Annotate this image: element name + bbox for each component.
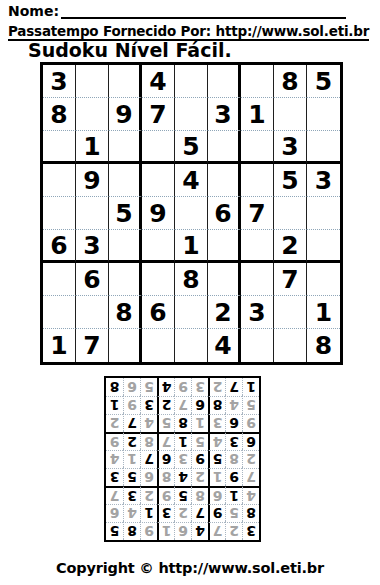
cell-r7c1[interactable] <box>43 263 76 296</box>
solution-cell-r7c5: 8 <box>174 414 191 432</box>
solution-cell-r7c4: 1 <box>191 414 208 432</box>
solution-cell-r8c9: 1 <box>106 396 123 414</box>
cell-r4c5: 4 <box>175 164 208 197</box>
provider-row: Passatempo Fornecido Por: http://www.sol… <box>8 21 369 40</box>
cell-r4c1[interactable] <box>43 164 76 197</box>
solution-cell-r4c7: 6 <box>140 468 157 486</box>
solution-cell-r6c3: 4 <box>208 432 225 450</box>
cell-r1c5[interactable] <box>175 65 208 98</box>
cell-r8c2[interactable] <box>76 296 109 329</box>
name-fill-in-line[interactable] <box>61 3 346 19</box>
solution-cell-r2c9: 6 <box>106 504 123 522</box>
cell-r9c9: 8 <box>307 329 340 362</box>
cell-r8c7: 3 <box>241 296 274 329</box>
solution-cell-r9c4: 3 <box>191 378 208 396</box>
cell-r7c4[interactable] <box>142 263 175 296</box>
cell-r1c1: 3 <box>43 65 76 98</box>
cell-r6c1: 6 <box>43 230 76 263</box>
cell-r4c9: 3 <box>307 164 340 197</box>
cell-r3c3[interactable] <box>109 131 142 164</box>
solution-cell-r4c4: 2 <box>191 468 208 486</box>
solution-cell-r4c2: 9 <box>225 468 242 486</box>
cell-r3c4[interactable] <box>142 131 175 164</box>
cell-r9c2: 7 <box>76 329 109 362</box>
cell-r4c8: 5 <box>274 164 307 197</box>
solution-cell-r8c1: 5 <box>242 396 259 414</box>
solution-cell-r3c8: 3 <box>123 486 140 504</box>
cell-r9c6: 4 <box>208 329 241 362</box>
solution-cell-r4c6: 8 <box>157 468 174 486</box>
cell-r7c6[interactable] <box>208 263 241 296</box>
cell-r3c9[interactable] <box>307 131 340 164</box>
solution-cell-r2c6: 3 <box>157 504 174 522</box>
cell-r3c6[interactable] <box>208 131 241 164</box>
cell-r2c4: 7 <box>142 98 175 131</box>
cell-r6c7[interactable] <box>241 230 274 263</box>
solution-cell-r4c9: 3 <box>106 468 123 486</box>
solution-cell-r6c7: 8 <box>140 432 157 450</box>
solution-cell-r5c8: 1 <box>123 450 140 468</box>
cell-r1c9: 5 <box>307 65 340 98</box>
solution-cell-r6c4: 5 <box>191 432 208 450</box>
solution-cell-r9c8: 6 <box>123 378 140 396</box>
solution-cell-r9c6: 4 <box>157 378 174 396</box>
solution-cell-r8c8: 9 <box>123 396 140 414</box>
cell-r5c3: 5 <box>109 197 142 230</box>
solution-cell-r3c7: 2 <box>140 486 157 504</box>
name-row: Nome: <box>8 3 346 19</box>
cell-r8c9: 1 <box>307 296 340 329</box>
cell-r2c2[interactable] <box>76 98 109 131</box>
solution-cell-r9c2: 7 <box>225 378 242 396</box>
solution-cell-r1c3: 7 <box>208 522 225 540</box>
solution-cell-r2c2: 5 <box>225 504 242 522</box>
cell-r4c6[interactable] <box>208 164 241 197</box>
solution-cell-r2c4: 7 <box>191 504 208 522</box>
cell-r2c5[interactable] <box>175 98 208 131</box>
cell-r3c8: 3 <box>274 131 307 164</box>
cell-r9c3[interactable] <box>109 329 142 362</box>
solution-cell-r8c7: 3 <box>140 396 157 414</box>
solution-cell-r9c3: 2 <box>208 378 225 396</box>
solution-cell-r1c9: 5 <box>106 522 123 540</box>
solution-cell-r5c6: 6 <box>157 450 174 468</box>
solution-cell-r7c3: 3 <box>208 414 225 432</box>
cell-r6c9[interactable] <box>307 230 340 263</box>
solution-cell-r3c6: 9 <box>157 486 174 504</box>
solution-cell-r6c2: 3 <box>225 432 242 450</box>
cell-r7c2: 6 <box>76 263 109 296</box>
solution-cell-r6c5: 1 <box>174 432 191 450</box>
copyright-line: Copyright © http://www.sol.eti.br <box>0 560 380 576</box>
solution-cell-r1c2: 2 <box>225 522 242 540</box>
solution-cell-r5c2: 8 <box>225 450 242 468</box>
solution-cell-r1c8: 8 <box>123 522 140 540</box>
cell-r5c7: 7 <box>241 197 274 230</box>
solution-cell-r5c3: 5 <box>208 450 225 468</box>
solution-cell-r2c3: 9 <box>208 504 225 522</box>
cell-r2c6: 3 <box>208 98 241 131</box>
cell-r8c4: 6 <box>142 296 175 329</box>
solution-cell-r1c5: 6 <box>174 522 191 540</box>
cell-r5c2[interactable] <box>76 197 109 230</box>
solution-cell-r8c6: 2 <box>157 396 174 414</box>
cell-r5c4: 9 <box>142 197 175 230</box>
name-label: Nome: <box>8 3 59 19</box>
solution-cell-r4c5: 4 <box>174 468 191 486</box>
cell-r1c6[interactable] <box>208 65 241 98</box>
solution-cell-r8c4: 6 <box>191 396 208 414</box>
cell-r7c7[interactable] <box>241 263 274 296</box>
cell-r5c1[interactable] <box>43 197 76 230</box>
solution-cell-r3c1: 4 <box>242 486 259 504</box>
cell-r8c5[interactable] <box>175 296 208 329</box>
solution-cell-r1c4: 4 <box>191 522 208 540</box>
solution-cell-r8c2: 4 <box>225 396 242 414</box>
cell-r8c6: 2 <box>208 296 241 329</box>
solution-cell-r5c7: 7 <box>140 450 157 468</box>
cell-r2c1: 8 <box>43 98 76 131</box>
cell-r6c5: 1 <box>175 230 208 263</box>
cell-r5c5[interactable] <box>175 197 208 230</box>
cell-r5c8[interactable] <box>274 197 307 230</box>
solution-cell-r5c5: 3 <box>174 450 191 468</box>
solution-cell-r2c1: 8 <box>242 504 259 522</box>
puzzle-page: Nome: Passatempo Fornecido Por: http://w… <box>0 0 380 585</box>
cell-r7c5: 8 <box>175 263 208 296</box>
cell-r9c7[interactable] <box>241 329 274 362</box>
cell-r6c8: 2 <box>274 230 307 263</box>
solution-cell-r5c9: 4 <box>106 450 123 468</box>
solution-cell-r3c9: 7 <box>106 486 123 504</box>
cell-r2c8[interactable] <box>274 98 307 131</box>
cell-r2c7: 1 <box>241 98 274 131</box>
cell-r3c5: 5 <box>175 131 208 164</box>
cell-r1c4: 4 <box>142 65 175 98</box>
solution-cell-r9c7: 5 <box>140 378 157 396</box>
solution-cell-r7c7: 4 <box>140 414 157 432</box>
solution-cell-r6c1: 6 <box>242 432 259 450</box>
cell-r4c7[interactable] <box>241 164 274 197</box>
cell-r1c3[interactable] <box>109 65 142 98</box>
solution-cell-r7c1: 9 <box>242 414 259 432</box>
cell-r3c2: 1 <box>76 131 109 164</box>
cell-r1c2[interactable] <box>76 65 109 98</box>
cell-r1c7[interactable] <box>241 65 274 98</box>
sudoku-grid: 348589731153945359676312687862311748 <box>40 62 343 365</box>
solution-cell-r8c5: 7 <box>174 396 191 414</box>
cell-r9c4[interactable] <box>142 329 175 362</box>
solution-cell-r7c2: 6 <box>225 414 242 432</box>
solution-cell-r4c3: 1 <box>208 468 225 486</box>
solution-cell-r2c5: 2 <box>174 504 191 522</box>
cell-r5c9[interactable] <box>307 197 340 230</box>
cell-r6c3[interactable] <box>109 230 142 263</box>
solution-cell-r5c1: 2 <box>242 450 259 468</box>
solution-cell-r3c5: 5 <box>174 486 191 504</box>
solution-cell-r9c5: 9 <box>174 378 191 396</box>
solution-cell-r7c8: 7 <box>123 414 140 432</box>
solution-cell-r2c8: 4 <box>123 504 140 522</box>
solution-cell-r6c8: 2 <box>123 432 140 450</box>
solution-cell-r6c6: 7 <box>157 432 174 450</box>
solution-cell-r1c7: 9 <box>140 522 157 540</box>
cell-r3c1[interactable] <box>43 131 76 164</box>
cell-r7c3[interactable] <box>109 263 142 296</box>
cell-r6c4[interactable] <box>142 230 175 263</box>
solution-cell-r8c3: 8 <box>208 396 225 414</box>
cell-r2c9[interactable] <box>307 98 340 131</box>
solution-cell-r1c1: 3 <box>242 522 259 540</box>
solution-cell-r9c1: 1 <box>242 378 259 396</box>
cell-r1c8: 8 <box>274 65 307 98</box>
solution-cell-r7c9: 2 <box>106 414 123 432</box>
solution-cell-r2c7: 1 <box>140 504 157 522</box>
cell-r7c8: 7 <box>274 263 307 296</box>
cell-r8c3: 8 <box>109 296 142 329</box>
cell-r5c6: 6 <box>208 197 241 230</box>
solution-cell-r3c2: 1 <box>225 486 242 504</box>
cell-r8c1[interactable] <box>43 296 76 329</box>
solution-cell-r1c6: 1 <box>157 522 174 540</box>
solution-cell-r5c4: 9 <box>191 450 208 468</box>
cell-r3c7[interactable] <box>241 131 274 164</box>
cell-r7c9[interactable] <box>307 263 340 296</box>
cell-r4c2: 9 <box>76 164 109 197</box>
solution-cell-r4c8: 5 <box>123 468 140 486</box>
cell-r6c2: 3 <box>76 230 109 263</box>
cell-r6c6[interactable] <box>208 230 241 263</box>
cell-r4c3[interactable] <box>109 164 142 197</box>
solution-cell-r3c4: 8 <box>191 486 208 504</box>
cell-r2c3: 9 <box>109 98 142 131</box>
cell-r9c5[interactable] <box>175 329 208 362</box>
solution-grid-rotated: 3274619858597231464168592377912486532859… <box>104 376 261 542</box>
solution-cell-r4c1: 7 <box>242 468 259 486</box>
solution-cell-r7c6: 5 <box>157 414 174 432</box>
cell-r8c8[interactable] <box>274 296 307 329</box>
page-title: Sudoku Nível Fácil. <box>28 39 232 61</box>
solution-cell-r6c9: 9 <box>106 432 123 450</box>
cell-r9c1: 1 <box>43 329 76 362</box>
cell-r4c4[interactable] <box>142 164 175 197</box>
cell-r9c8[interactable] <box>274 329 307 362</box>
solution-cell-r3c3: 6 <box>208 486 225 504</box>
solution-cell-r9c9: 8 <box>106 378 123 396</box>
